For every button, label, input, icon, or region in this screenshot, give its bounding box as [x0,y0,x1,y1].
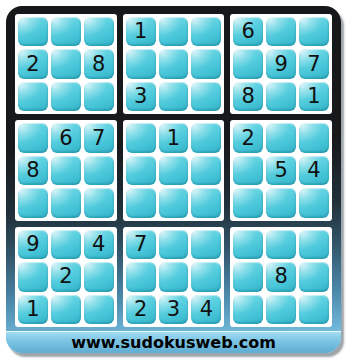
cell-r5c4[interactable] [126,156,156,185]
cell-r3c1[interactable] [18,82,48,111]
cell-r6c6[interactable] [191,188,221,217]
cell-r4c4[interactable] [126,123,156,152]
cell-r4c7[interactable]: 2 [233,123,263,152]
cell-r9c8[interactable] [266,295,296,324]
cell-r8c2[interactable]: 2 [51,262,81,291]
cell-r6c1[interactable] [18,188,48,217]
cell-r4c8[interactable] [266,123,296,152]
cell-r6c7[interactable] [233,188,263,217]
cell-r5c8[interactable]: 5 [266,156,296,185]
cell-r2c2[interactable] [51,49,81,78]
cell-r6c2[interactable] [51,188,81,217]
cell-r7c8[interactable] [266,230,296,259]
cell-r2c6[interactable] [191,49,221,78]
cell-r3c3[interactable] [84,82,114,111]
cell-r6c9[interactable] [299,188,329,217]
cell-r8c9[interactable] [299,262,329,291]
cell-r1c4[interactable]: 1 [126,17,156,46]
cell-r6c4[interactable] [126,188,156,217]
cell-r3c2[interactable] [51,82,81,111]
sudoku-widget-stage: 2813697816781254942172348 www.sudokusweb… [0,0,350,360]
cell-r5c7[interactable] [233,156,263,185]
cell-r1c8[interactable] [266,17,296,46]
cell-r4c3[interactable]: 7 [84,123,114,152]
cell-r5c9[interactable]: 4 [299,156,329,185]
cell-r6c8[interactable] [266,188,296,217]
cell-r7c2[interactable] [51,230,81,259]
cell-r1c7[interactable]: 6 [233,17,263,46]
cell-r8c5[interactable] [159,262,189,291]
cell-r2c7[interactable] [233,49,263,78]
box-r1c3: 69781 [230,14,332,114]
cell-r1c9[interactable] [299,17,329,46]
cell-r9c7[interactable] [233,295,263,324]
cell-r3c4[interactable]: 3 [126,82,156,111]
cell-r3c9[interactable]: 1 [299,82,329,111]
cell-r8c8[interactable]: 8 [266,262,296,291]
sudoku-board-frame: 2813697816781254942172348 www.sudokusweb… [6,6,341,353]
cell-r5c5[interactable] [159,156,189,185]
cell-r8c6[interactable] [191,262,221,291]
cell-r6c3[interactable] [84,188,114,217]
cell-r2c1[interactable]: 2 [18,49,48,78]
cell-r9c3[interactable] [84,295,114,324]
box-r2c1: 678 [15,120,117,220]
cell-r4c5[interactable]: 1 [159,123,189,152]
cell-r7c7[interactable] [233,230,263,259]
box-r3c1: 9421 [15,227,117,327]
cell-r2c9[interactable]: 7 [299,49,329,78]
box-r1c2: 13 [123,14,225,114]
box-r2c3: 254 [230,120,332,220]
site-url[interactable]: www.sudokusweb.com [71,333,276,352]
cell-r3c8[interactable] [266,82,296,111]
cell-r7c9[interactable] [299,230,329,259]
box-r2c2: 1 [123,120,225,220]
cell-r4c2[interactable]: 6 [51,123,81,152]
cell-r1c1[interactable] [18,17,48,46]
cell-r5c6[interactable] [191,156,221,185]
cell-r1c3[interactable] [84,17,114,46]
cell-r8c1[interactable] [18,262,48,291]
cell-r7c1[interactable]: 9 [18,230,48,259]
cell-r7c3[interactable]: 4 [84,230,114,259]
cell-r8c7[interactable] [233,262,263,291]
cell-r2c3[interactable]: 8 [84,49,114,78]
footer-band: www.sudokusweb.com [6,331,341,353]
cell-r5c1[interactable]: 8 [18,156,48,185]
cell-r9c2[interactable] [51,295,81,324]
cell-r9c9[interactable] [299,295,329,324]
cell-r7c4[interactable]: 7 [126,230,156,259]
cell-r1c6[interactable] [191,17,221,46]
box-r1c1: 28 [15,14,117,114]
cell-r5c2[interactable] [51,156,81,185]
cell-r9c6[interactable]: 4 [191,295,221,324]
cell-r2c8[interactable]: 9 [266,49,296,78]
cell-r7c5[interactable] [159,230,189,259]
cell-r7c6[interactable] [191,230,221,259]
cell-r1c2[interactable] [51,17,81,46]
cell-r9c5[interactable]: 3 [159,295,189,324]
cell-r8c3[interactable] [84,262,114,291]
box-r3c2: 7234 [123,227,225,327]
sudoku-grid: 2813697816781254942172348 [6,6,341,331]
cell-r4c6[interactable] [191,123,221,152]
box-r3c3: 8 [230,227,332,327]
cell-r4c9[interactable] [299,123,329,152]
cell-r6c5[interactable] [159,188,189,217]
cell-r3c6[interactable] [191,82,221,111]
cell-r1c5[interactable] [159,17,189,46]
cell-r9c4[interactable]: 2 [126,295,156,324]
cell-r3c5[interactable] [159,82,189,111]
cell-r3c7[interactable]: 8 [233,82,263,111]
cell-r9c1[interactable]: 1 [18,295,48,324]
cell-r8c4[interactable] [126,262,156,291]
cell-r2c5[interactable] [159,49,189,78]
cell-r4c1[interactable] [18,123,48,152]
cell-r5c3[interactable] [84,156,114,185]
cell-r2c4[interactable] [126,49,156,78]
